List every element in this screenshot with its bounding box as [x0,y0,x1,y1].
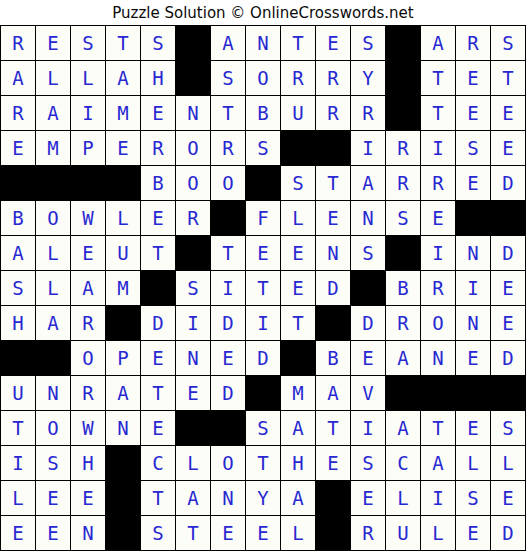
letter-cell-r4c15: E [491,131,526,166]
letter-cell-r14c2: E [36,481,71,516]
letter-cell-r9c15: E [491,306,526,341]
letter-cell-r6c8: F [246,201,281,236]
letter-cell-r1c14: R [456,26,491,61]
letter-cell-r15c13: L [421,516,456,551]
letter-cell-r7c3: E [71,236,106,271]
block-cell-r14c10 [316,481,351,516]
letter-cell-r8c13: R [421,271,456,306]
block-cell-r6c7 [211,201,246,236]
letter-cell-r11c9: M [281,376,316,411]
letter-cell-r13c8: T [246,446,281,481]
letter-cell-r10c14: E [456,341,491,376]
letter-cell-r12c14: E [456,411,491,446]
letter-cell-r2c3: L [71,61,106,96]
letter-cell-r10c8: D [246,341,281,376]
letter-cell-r4c13: I [421,131,456,166]
letter-cell-r8c1: S [1,271,36,306]
crossword-solution-page: Puzzle Solution © OnlineCrosswords.net R… [0,0,526,551]
letter-cell-r2c14: E [456,61,491,96]
letter-cell-r9c5: D [141,306,176,341]
letter-cell-r7c11: S [351,236,386,271]
letter-cell-r2c1: A [1,61,36,96]
letter-cell-r15c15: D [491,516,526,551]
letter-cell-r2c11: Y [351,61,386,96]
letter-cell-r14c1: L [1,481,36,516]
page-title: Puzzle Solution © OnlineCrosswords.net [0,0,526,25]
letter-cell-r13c3: H [71,446,106,481]
letter-cell-r12c4: N [106,411,141,446]
letter-cell-r14c14: S [456,481,491,516]
block-cell-r12c6 [176,411,211,446]
letter-cell-r13c11: S [351,446,386,481]
letter-cell-r2c5: H [141,61,176,96]
letter-cell-r7c2: L [36,236,71,271]
letter-cell-r6c2: O [36,201,71,236]
letter-cell-r12c1: T [1,411,36,446]
block-cell-r15c10 [316,516,351,551]
letter-cell-r14c3: E [71,481,106,516]
letter-cell-r6c3: W [71,201,106,236]
letter-cell-r5c7: O [211,166,246,201]
letter-cell-r15c5: S [141,516,176,551]
letter-cell-r9c1: H [1,306,36,341]
letter-cell-r12c3: W [71,411,106,446]
block-cell-r5c1 [1,166,36,201]
letter-cell-r12c11: I [351,411,386,446]
letter-cell-r1c1: R [1,26,36,61]
letter-cell-r4c5: R [141,131,176,166]
letter-cell-r13c15: L [491,446,526,481]
letter-cell-r1c15: S [491,26,526,61]
letter-cell-r7c9: E [281,236,316,271]
letter-cell-r10c11: E [351,341,386,376]
letter-cell-r9c9: T [281,306,316,341]
letter-cell-r4c8: S [246,131,281,166]
letter-cell-r2c7: S [211,61,246,96]
letter-cell-r7c10: N [316,236,351,271]
letter-cell-r11c5: T [141,376,176,411]
letter-cell-r14c15: E [491,481,526,516]
block-cell-r1c12 [386,26,421,61]
letter-cell-r5c12: R [386,166,421,201]
letter-cell-r9c13: O [421,306,456,341]
letter-cell-r8c4: M [106,271,141,306]
letter-cell-r5c9: S [281,166,316,201]
letter-cell-r1c2: E [36,26,71,61]
block-cell-r5c2 [36,166,71,201]
letter-cell-r4c4: E [106,131,141,166]
letter-cell-r11c6: E [176,376,211,411]
letter-cell-r8c9: E [281,271,316,306]
letter-cell-r11c4: A [106,376,141,411]
letter-cell-r11c1: U [1,376,36,411]
letter-cell-r15c9: L [281,516,316,551]
letter-cell-r10c12: A [386,341,421,376]
letter-cell-r15c7: E [211,516,246,551]
letter-cell-r4c6: O [176,131,211,166]
block-cell-r11c12 [386,376,421,411]
letter-cell-r15c8: E [246,516,281,551]
block-cell-r4c10 [316,131,351,166]
letter-cell-r10c13: N [421,341,456,376]
letter-cell-r12c9: A [281,411,316,446]
letter-cell-r15c6: T [176,516,211,551]
letter-cell-r10c7: E [211,341,246,376]
letter-cell-r2c15: T [491,61,526,96]
letter-cell-r13c10: E [316,446,351,481]
letter-cell-r15c2: E [36,516,71,551]
block-cell-r3c12 [386,96,421,131]
letter-cell-r9c11: D [351,306,386,341]
letter-cell-r7c5: T [141,236,176,271]
letter-cell-r15c3: N [71,516,106,551]
letter-cell-r5c14: E [456,166,491,201]
letter-cell-r2c2: L [36,61,71,96]
letter-cell-r15c1: E [1,516,36,551]
letter-cell-r7c7: T [211,236,246,271]
letter-cell-r14c5: T [141,481,176,516]
letter-cell-r13c9: H [281,446,316,481]
letter-cell-r14c6: A [176,481,211,516]
letter-cell-r11c7: D [211,376,246,411]
letter-cell-r15c11: R [351,516,386,551]
letter-cell-r10c5: E [141,341,176,376]
letter-cell-r1c5: S [141,26,176,61]
letter-cell-r9c8: I [246,306,281,341]
letter-cell-r4c2: M [36,131,71,166]
letter-cell-r4c1: E [1,131,36,166]
letter-cell-r5c13: R [421,166,456,201]
letter-cell-r6c5: E [141,201,176,236]
block-cell-r12c7 [211,411,246,446]
letter-cell-r8c7: I [211,271,246,306]
letter-cell-r13c2: S [36,446,71,481]
letter-cell-r7c1: A [1,236,36,271]
block-cell-r9c10 [316,306,351,341]
letter-cell-r2c4: A [106,61,141,96]
letter-cell-r12c12: A [386,411,421,446]
letter-cell-r4c12: R [386,131,421,166]
letter-cell-r3c2: A [36,96,71,131]
letter-cell-r13c1: I [1,446,36,481]
letter-cell-r1c9: T [281,26,316,61]
letter-cell-r5c11: A [351,166,386,201]
letter-cell-r10c6: N [176,341,211,376]
letter-cell-r2c13: T [421,61,456,96]
letter-cell-r12c10: T [316,411,351,446]
block-cell-r2c6 [176,61,211,96]
letter-cell-r13c14: L [456,446,491,481]
letter-cell-r14c9: A [281,481,316,516]
letter-cell-r3c1: R [1,96,36,131]
block-cell-r11c8 [246,376,281,411]
letter-cell-r10c4: P [106,341,141,376]
block-cell-r14c4 [106,481,141,516]
letter-cell-r3c11: R [351,96,386,131]
letter-cell-r7c13: I [421,236,456,271]
block-cell-r1c6 [176,26,211,61]
letter-cell-r13c12: C [386,446,421,481]
letter-cell-r10c15: D [491,341,526,376]
letter-cell-r3c7: T [211,96,246,131]
letter-cell-r7c14: N [456,236,491,271]
letter-cell-r10c10: B [316,341,351,376]
letter-cell-r11c11: V [351,376,386,411]
letter-cell-r2c9: R [281,61,316,96]
block-cell-r8c5 [141,271,176,306]
letter-cell-r12c8: S [246,411,281,446]
letter-cell-r13c13: A [421,446,456,481]
letter-cell-r8c15: E [491,271,526,306]
crossword-grid: RESTSANTESARSALLAHSORRYTETRAIMENTBURRTEE… [0,25,526,551]
letter-cell-r6c6: R [176,201,211,236]
letter-cell-r6c11: N [351,201,386,236]
letter-cell-r15c12: U [386,516,421,551]
letter-cell-r11c2: N [36,376,71,411]
letter-cell-r3c14: E [456,96,491,131]
block-cell-r5c3 [71,166,106,201]
letter-cell-r1c10: E [316,26,351,61]
letter-cell-r5c5: B [141,166,176,201]
block-cell-r8c11 [351,271,386,306]
letter-cell-r8c6: S [176,271,211,306]
letter-cell-r13c5: C [141,446,176,481]
letter-cell-r5c10: T [316,166,351,201]
letter-cell-r12c5: E [141,411,176,446]
block-cell-r5c4 [106,166,141,201]
letter-cell-r14c12: L [386,481,421,516]
block-cell-r10c1 [1,341,36,376]
letter-cell-r1c8: N [246,26,281,61]
letter-cell-r12c2: O [36,411,71,446]
letter-cell-r3c6: N [176,96,211,131]
letter-cell-r2c8: O [246,61,281,96]
letter-cell-r5c6: O [176,166,211,201]
letter-cell-r3c3: I [71,96,106,131]
block-cell-r7c6 [176,236,211,271]
letter-cell-r8c3: A [71,271,106,306]
letter-cell-r4c3: P [71,131,106,166]
letter-cell-r9c2: A [36,306,71,341]
letter-cell-r6c9: L [281,201,316,236]
letter-cell-r9c12: R [386,306,421,341]
letter-cell-r9c6: I [176,306,211,341]
letter-cell-r11c10: A [316,376,351,411]
letter-cell-r7c15: D [491,236,526,271]
block-cell-r10c9 [281,341,316,376]
letter-cell-r6c10: E [316,201,351,236]
letter-cell-r14c11: E [351,481,386,516]
letter-cell-r6c12: S [386,201,421,236]
block-cell-r4c9 [281,131,316,166]
letter-cell-r14c7: N [211,481,246,516]
letter-cell-r1c11: S [351,26,386,61]
letter-cell-r8c12: B [386,271,421,306]
letter-cell-r7c4: U [106,236,141,271]
letter-cell-r7c8: E [246,236,281,271]
block-cell-r11c15 [491,376,526,411]
letter-cell-r12c13: T [421,411,456,446]
letter-cell-r1c7: A [211,26,246,61]
letter-cell-r9c14: N [456,306,491,341]
letter-cell-r3c9: U [281,96,316,131]
letter-cell-r15c14: E [456,516,491,551]
block-cell-r6c14 [456,201,491,236]
letter-cell-r4c14: S [456,131,491,166]
letter-cell-r9c7: D [211,306,246,341]
letter-cell-r13c7: O [211,446,246,481]
block-cell-r11c13 [421,376,456,411]
letter-cell-r10c3: O [71,341,106,376]
block-cell-r13c4 [106,446,141,481]
letter-cell-r11c3: R [71,376,106,411]
letter-cell-r6c4: L [106,201,141,236]
letter-cell-r3c15: E [491,96,526,131]
letter-cell-r6c1: B [1,201,36,236]
letter-cell-r14c13: I [421,481,456,516]
letter-cell-r4c7: R [211,131,246,166]
letter-cell-r13c6: L [176,446,211,481]
letter-cell-r6c13: E [421,201,456,236]
letter-cell-r8c2: L [36,271,71,306]
letter-cell-r2c10: R [316,61,351,96]
letter-cell-r8c14: I [456,271,491,306]
letter-cell-r8c8: T [246,271,281,306]
block-cell-r2c12 [386,61,421,96]
letter-cell-r14c8: Y [246,481,281,516]
letter-cell-r3c4: M [106,96,141,131]
letter-cell-r9c3: R [71,306,106,341]
block-cell-r6c15 [491,201,526,236]
letter-cell-r1c4: T [106,26,141,61]
letter-cell-r1c13: A [421,26,456,61]
letter-cell-r3c13: T [421,96,456,131]
letter-cell-r3c8: B [246,96,281,131]
block-cell-r11c14 [456,376,491,411]
letter-cell-r3c5: E [141,96,176,131]
letter-cell-r5c15: D [491,166,526,201]
letter-cell-r1c3: S [71,26,106,61]
letter-cell-r3c10: R [316,96,351,131]
block-cell-r10c2 [36,341,71,376]
letter-cell-r4c11: I [351,131,386,166]
block-cell-r7c12 [386,236,421,271]
block-cell-r9c4 [106,306,141,341]
letter-cell-r12c15: S [491,411,526,446]
block-cell-r15c4 [106,516,141,551]
block-cell-r5c8 [246,166,281,201]
letter-cell-r8c10: D [316,271,351,306]
